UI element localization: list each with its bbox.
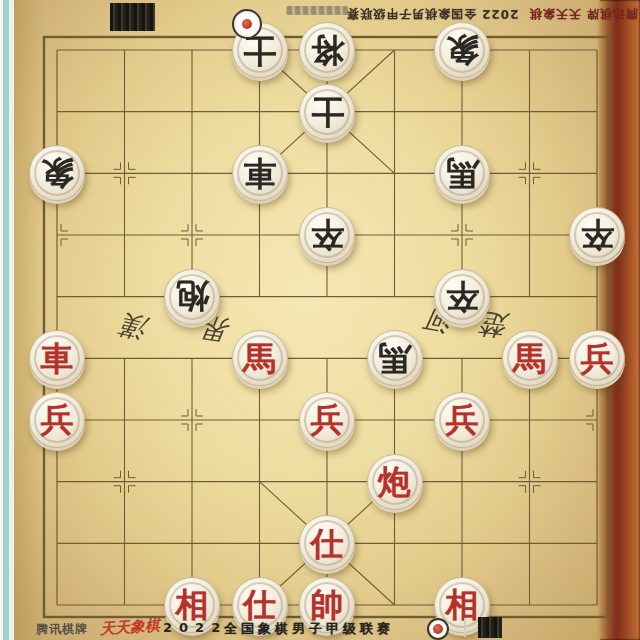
piece-black-horse[interactable]: 馬 [434,145,490,201]
piece-glyph: 卒 [581,218,614,251]
piece-black-soldier[interactable]: 卒 [569,207,625,263]
footer-event: 全国象棋男子甲级联赛 [224,620,394,638]
piece-glyph: 馬 [513,342,546,375]
piece-glyph: 車 [243,157,276,190]
piece-red-advisor[interactable]: 仕 [299,515,355,571]
piece-red-soldier[interactable]: 兵 [299,392,355,448]
small-caption-blur [286,6,348,15]
piece-black-soldier[interactable]: 卒 [299,207,355,263]
footer-brand: 腾讯棋牌 [36,621,88,638]
qr-code-bottom-icon [478,617,502,638]
piece-glyph: 馬 [446,157,479,190]
footer-year: 2022 [163,620,227,635]
piece-glyph: 車 [41,342,74,375]
piece-glyph: 兵 [581,342,614,375]
piece-glyph: 士 [311,95,344,128]
piece-glyph: 兵 [311,403,344,436]
brand-label-rotated: 腾讯棋牌 天天象棋 [529,7,638,21]
association-badge-icon [232,9,262,39]
footer-divider [464,618,466,637]
event-title-rotated: 腾讯棋牌 天天象棋 2022 全国象棋男子甲级联赛 [388,5,638,22]
piece-glyph: 馬 [243,342,276,375]
piece-black-advisor[interactable]: 士 [299,84,355,140]
piece-glyph: 卒 [446,280,479,313]
piece-black-general[interactable]: 将 [299,22,355,78]
piece-glyph: 炮 [176,280,209,313]
piece-glyph: 炮 [378,465,411,498]
piece-black-cannon[interactable]: 炮 [164,269,220,325]
river-text-han: 漢 [115,308,152,345]
piece-black-horse[interactable]: 馬 [367,330,423,386]
piece-glyph: 象 [41,157,74,190]
footer-strip: 腾讯棋牌 天天象棋 2022 全国象棋男子甲级联赛 [0,616,640,640]
event-label-rotated: 2022 全国象棋男子甲级联赛 [346,7,519,21]
piece-glyph: 兵 [446,403,479,436]
piece-red-horse[interactable]: 馬 [232,330,288,386]
piece-glyph: 仕 [311,527,344,560]
footer-app-script: 天天象棋 [99,616,160,639]
piece-glyph: 兵 [41,403,74,436]
piece-glyph: 将 [311,34,344,67]
piece-glyph: 馬 [378,342,411,375]
qr-code-top-icon [110,3,155,31]
piece-glyph: 卒 [311,218,344,251]
xiangqi-broadcast-photo: 漢 界 河 楚 士将象士象車馬卒卒炮卒馬車馬馬兵兵兵兵炮仕相仕帥相 腾讯棋牌 天… [0,0,640,640]
piece-red-cannon[interactable]: 炮 [367,454,423,510]
piece-red-soldier[interactable]: 兵 [434,392,490,448]
piece-red-horse[interactable]: 馬 [502,330,558,386]
association-badge-icon [427,618,449,640]
piece-black-elephant[interactable]: 象 [434,22,490,78]
piece-black-elephant[interactable]: 象 [29,145,85,201]
piece-glyph: 象 [446,34,479,67]
piece-red-chariot[interactable]: 車 [29,330,85,386]
piece-red-soldier[interactable]: 兵 [29,392,85,448]
piece-black-soldier[interactable]: 卒 [434,269,490,325]
piece-red-soldier[interactable]: 兵 [569,330,625,386]
piece-black-chariot[interactable]: 車 [232,145,288,201]
